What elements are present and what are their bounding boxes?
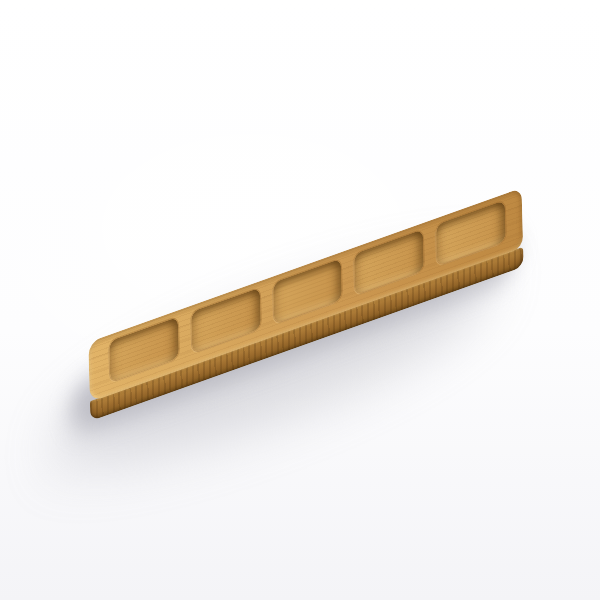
compartment-1: [109, 317, 179, 382]
product-photo: [0, 0, 600, 600]
compartment-3: [273, 258, 343, 323]
compartment-2: [191, 288, 261, 353]
compartment-4: [354, 229, 424, 294]
compartment-5: [436, 200, 506, 265]
